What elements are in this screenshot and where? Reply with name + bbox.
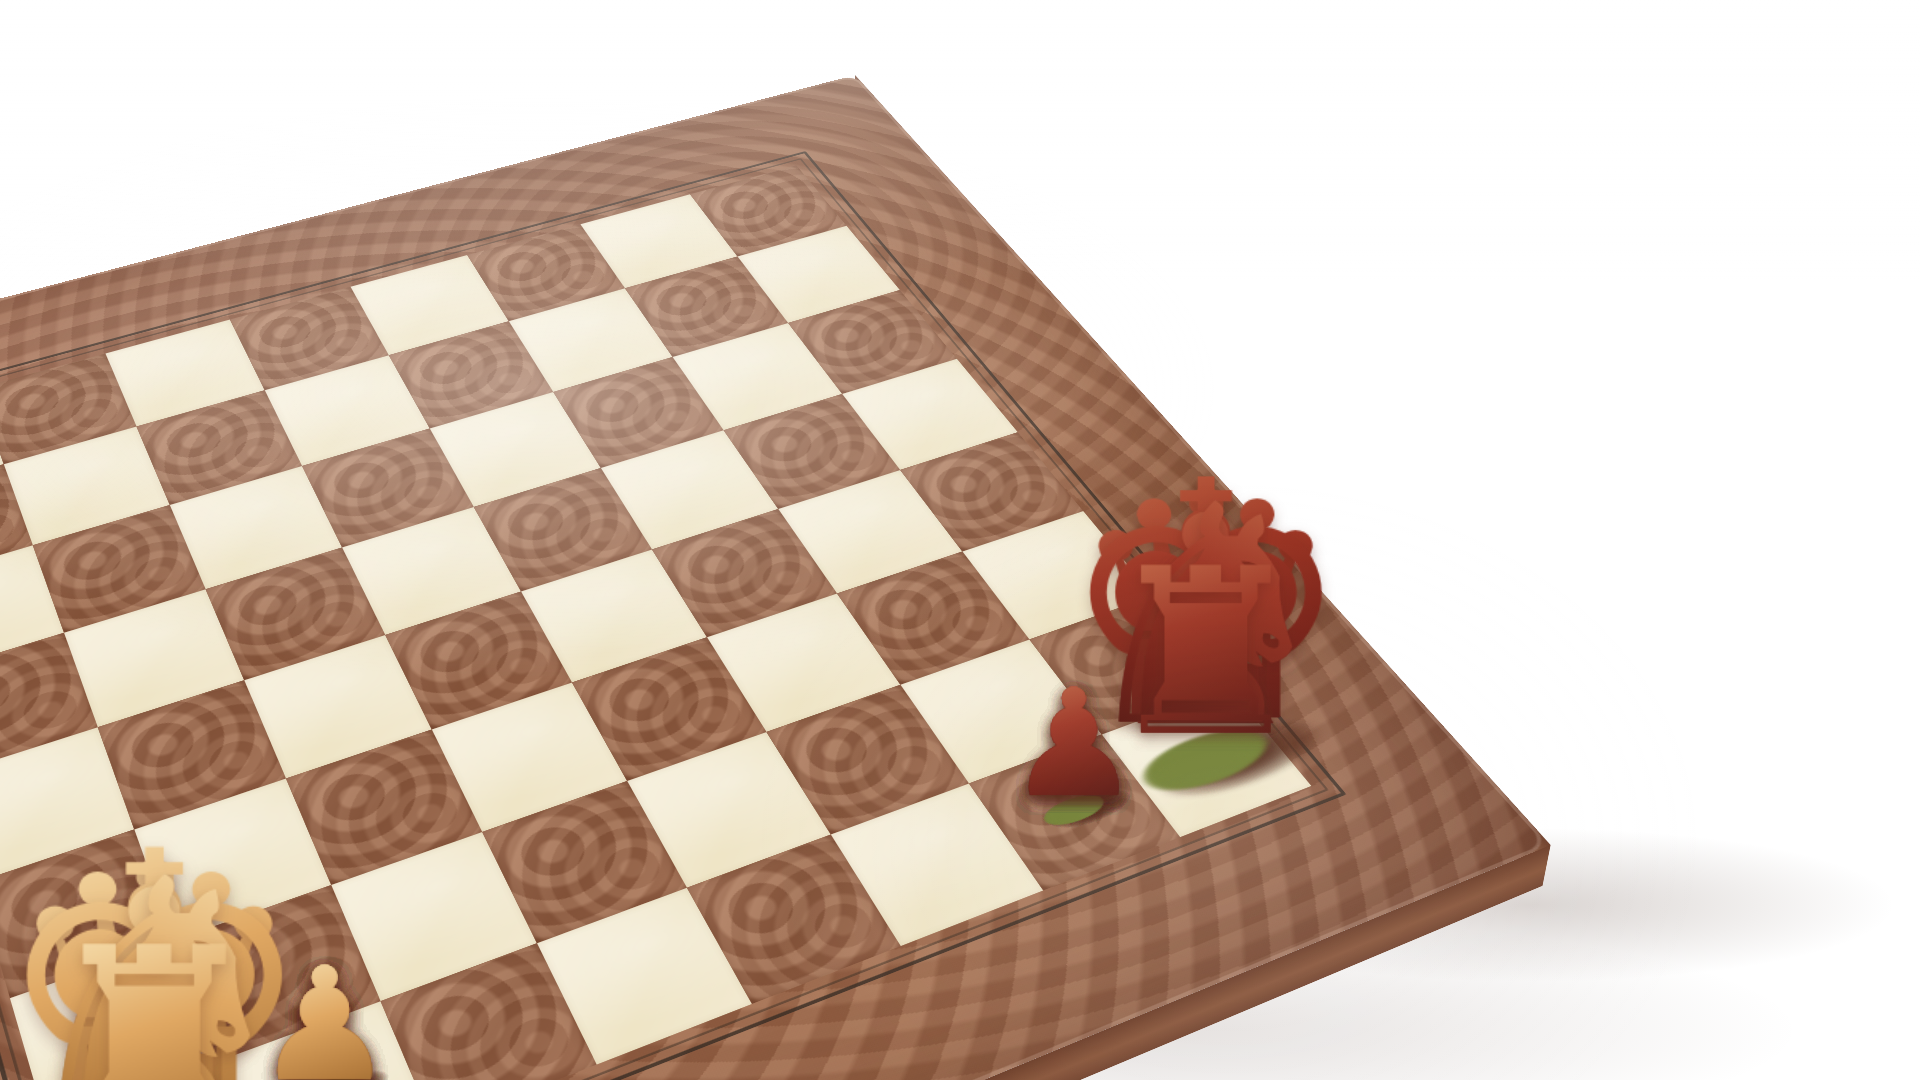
product-photo-scene: ♜♞♝♛♚♝♞♜♟♟♟♟♟♟♟♟♟♟♟♟♟♟♟♟♜♞♝♛♚♝♞♜ (0, 0, 1920, 1080)
red-pawn-glyph: ♟ (1007, 671, 1139, 819)
light-rook-glyph: ♜ (41, 915, 268, 1080)
perspective-scene: ♜♞♝♛♚♝♞♜♟♟♟♟♟♟♟♟♟♟♟♟♟♟♟♟♜♞♝♛♚♝♞♜ (0, 0, 1920, 1080)
chess-board: ♜♞♝♛♚♝♞♜♟♟♟♟♟♟♟♟♟♟♟♟♟♟♟♟♜♞♝♛♚♝♞♜ (0, 75, 1551, 1080)
